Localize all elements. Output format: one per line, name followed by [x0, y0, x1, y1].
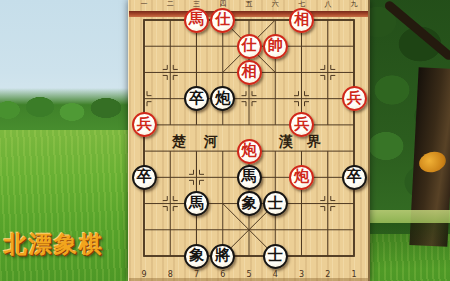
piece-red-advisor[interactable]: 仕	[237, 34, 262, 59]
piece-black-soldier[interactable]: 卒	[132, 165, 157, 190]
piece-black-soldier[interactable]: 卒	[184, 86, 209, 111]
piece-red-cannon[interactable]: 炮	[237, 139, 262, 164]
piece-red-elephant[interactable]: 相	[289, 8, 314, 33]
file-label: 6	[215, 270, 231, 280]
file-label: 2	[320, 270, 336, 280]
piece-black-horse[interactable]: 馬	[184, 191, 209, 216]
piece-black-elephant[interactable]: 象	[184, 244, 209, 269]
piece-black-horse[interactable]: 馬	[237, 165, 262, 190]
piece-red-soldier[interactable]: 兵	[132, 112, 157, 137]
file-label: 1	[346, 270, 362, 280]
file-label: 5	[241, 270, 257, 280]
piece-black-advisor[interactable]: 士	[263, 244, 288, 269]
file-label: 9	[136, 270, 152, 280]
piece-red-elephant[interactable]: 相	[237, 60, 262, 85]
piece-black-soldier[interactable]: 卒	[342, 165, 367, 190]
watermark-title: 北漂象棋	[4, 229, 104, 260]
piece-black-general[interactable]: 將	[210, 244, 235, 269]
file-label: 8	[162, 270, 178, 280]
file-label: 7	[189, 270, 205, 280]
file-label: 3	[294, 270, 310, 280]
tree-shadow-background	[358, 223, 450, 281]
file-label: 4	[267, 270, 283, 280]
sunlit-path-background	[358, 210, 450, 223]
screenshot-root: 一二三四五六七八九 楚河 漢界 馬仕相仕帥相卒炮兵兵兵炮卒馬炮卒馬象士象將士 9…	[0, 0, 450, 281]
piece-black-elephant[interactable]: 象	[237, 191, 262, 216]
piece-red-advisor[interactable]: 仕	[210, 8, 235, 33]
piece-black-advisor[interactable]: 士	[263, 191, 288, 216]
xiangqi-board[interactable]: 一二三四五六七八九 楚河 漢界 馬仕相仕帥相卒炮兵兵兵炮卒馬炮卒馬象士象將士 9…	[128, 0, 370, 281]
piece-red-soldier[interactable]: 兵	[342, 86, 367, 111]
river-text-left: 楚河	[172, 133, 236, 149]
piece-red-horse[interactable]: 馬	[184, 8, 209, 33]
piece-red-cannon[interactable]: 炮	[289, 165, 314, 190]
piece-red-general[interactable]: 帥	[263, 34, 288, 59]
